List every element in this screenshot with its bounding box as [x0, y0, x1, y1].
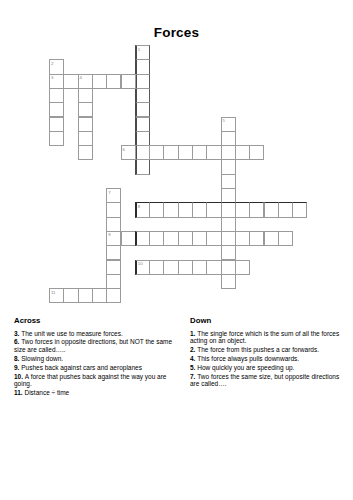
- cell-number-8: 8: [138, 204, 140, 209]
- cell-r7-c13[interactable]: [235, 145, 250, 160]
- cell-r11-c6[interactable]: 8: [135, 202, 150, 217]
- cell-r6-c6[interactable]: [135, 131, 150, 146]
- cell-r3-c6[interactable]: [135, 88, 150, 103]
- cell-r13-c11[interactable]: [206, 231, 221, 246]
- across-clue-6: 6. Two forces in opposite directions, bu…: [14, 338, 182, 353]
- across-clues-list: 3. The unit we use to measure forces.6. …: [14, 330, 182, 397]
- cell-r15-c11[interactable]: [206, 260, 221, 275]
- cell-r15-c8[interactable]: [163, 260, 178, 275]
- cell-r13-c14[interactable]: [249, 231, 264, 246]
- cell-r11-c15[interactable]: [264, 202, 279, 217]
- cell-r7-c2[interactable]: [78, 145, 93, 160]
- down-clue-4: 4. This force always pulls downwards.: [190, 355, 348, 363]
- cell-r7-c10[interactable]: [192, 145, 207, 160]
- cell-r11-c12[interactable]: [221, 202, 236, 217]
- cell-r10-c12[interactable]: [221, 188, 236, 203]
- cell-number-1: 1: [138, 47, 140, 52]
- cell-r15-c9[interactable]: [178, 260, 193, 275]
- cell-r0-c6[interactable]: 1: [135, 45, 150, 60]
- cell-r5-c2[interactable]: [78, 117, 93, 132]
- clue-text: A force that pushes back against the way…: [14, 373, 167, 388]
- cell-number-3: 3: [51, 75, 53, 80]
- cell-r11-c13[interactable]: [235, 202, 250, 217]
- clue-text: The single force which is the sum of all…: [190, 330, 339, 345]
- clue-text: The force from this pushes a car forward…: [197, 346, 319, 353]
- clue-text: Two forces the same size, but opposite d…: [190, 373, 339, 388]
- cell-r12-c4[interactable]: [106, 217, 121, 232]
- cell-r13-c7[interactable]: [149, 231, 164, 246]
- cell-r17-c4[interactable]: [106, 288, 121, 303]
- across-clue-9: 9. Pushes back against cars and aeroplan…: [14, 364, 182, 372]
- cell-r13-c8[interactable]: [163, 231, 178, 246]
- cell-r15-c12[interactable]: [221, 260, 236, 275]
- cell-r4-c2[interactable]: [78, 102, 93, 117]
- clue-text: This force always pulls downwards.: [197, 355, 299, 362]
- cell-r6-c0[interactable]: [49, 131, 64, 146]
- cell-r11-c16[interactable]: [278, 202, 293, 217]
- cell-r2-c5[interactable]: [121, 74, 136, 89]
- cell-r14-c12[interactable]: [221, 245, 236, 260]
- cell-r4-c6[interactable]: [135, 102, 150, 117]
- cell-r7-c12[interactable]: [221, 145, 236, 160]
- cell-r7-c11[interactable]: [206, 145, 221, 160]
- clue-text: Pushes back against cars and aeroplanes: [21, 364, 142, 371]
- cell-r11-c17[interactable]: [292, 202, 307, 217]
- across-clue-8: 8. Slowing down.: [14, 355, 182, 363]
- down-clue-2: 2. The force from this pushes a car forw…: [190, 346, 348, 354]
- cell-r13-c10[interactable]: [192, 231, 207, 246]
- cell-r7-c5[interactable]: 6: [121, 145, 136, 160]
- cell-r5-c0[interactable]: [49, 117, 64, 132]
- cell-r13-c12[interactable]: [221, 231, 236, 246]
- cell-number-2: 2: [51, 61, 53, 66]
- cell-r17-c0[interactable]: 11: [49, 288, 64, 303]
- cell-r12-c12[interactable]: [221, 217, 236, 232]
- down-clue-5: 5. How quickly you are speeding up.: [190, 364, 348, 372]
- cell-number-7: 7: [108, 190, 110, 195]
- cell-r11-c8[interactable]: [163, 202, 178, 217]
- crossword-page: Forces 1234567981011 Across 3. The unit …: [0, 0, 353, 500]
- cell-number-9: 9: [108, 232, 110, 237]
- cell-r7-c14[interactable]: [249, 145, 264, 160]
- cell-number-6: 6: [123, 147, 125, 152]
- clue-text: Distance ÷ time: [24, 389, 69, 396]
- down-clues-list: 1. The single force which is the sum of …: [190, 330, 348, 388]
- cell-r17-c2[interactable]: [78, 288, 93, 303]
- cell-r11-c9[interactable]: [178, 202, 193, 217]
- cell-number-5: 5: [223, 118, 225, 123]
- down-clue-7: 7. Two forces the same size, but opposit…: [190, 373, 348, 388]
- cell-r15-c6[interactable]: 10: [135, 260, 150, 275]
- cell-r13-c5[interactable]: [121, 231, 136, 246]
- cell-r7-c9[interactable]: [178, 145, 193, 160]
- cell-r2-c3[interactable]: [92, 74, 107, 89]
- cell-r15-c4[interactable]: [106, 260, 121, 275]
- cell-r3-c2[interactable]: [78, 88, 93, 103]
- cell-r13-c9[interactable]: [178, 231, 193, 246]
- cell-r9-c12[interactable]: [221, 174, 236, 189]
- cell-r15-c10[interactable]: [192, 260, 207, 275]
- cell-r15-c13[interactable]: [235, 260, 250, 275]
- cell-r14-c4[interactable]: [106, 245, 121, 260]
- cell-r15-c7[interactable]: [149, 260, 164, 275]
- cell-r2-c0[interactable]: 3: [49, 74, 64, 89]
- cell-r13-c6[interactable]: [135, 231, 150, 246]
- across-clue-3: 3. The unit we use to measure forces.: [14, 330, 182, 338]
- clue-text: Two forces in opposite directions, but N…: [14, 338, 172, 353]
- cell-r1-c6[interactable]: [135, 59, 150, 74]
- cell-r6-c12[interactable]: [221, 131, 236, 146]
- cell-r7-c6[interactable]: [135, 145, 150, 160]
- cell-r13-c13[interactable]: [235, 231, 250, 246]
- across-clue-11: 11. Distance ÷ time: [14, 389, 182, 397]
- cell-r6-c2[interactable]: [78, 131, 93, 146]
- cell-r13-c15[interactable]: [264, 231, 279, 246]
- cell-r8-c6[interactable]: [135, 159, 150, 174]
- cell-r5-c12[interactable]: 5: [221, 117, 236, 132]
- cell-r17-c1[interactable]: [63, 288, 78, 303]
- cell-r11-c10[interactable]: [192, 202, 207, 217]
- cell-r11-c14[interactable]: [249, 202, 264, 217]
- cell-number-11: 11: [51, 290, 55, 295]
- cell-r2-c4[interactable]: [106, 74, 121, 89]
- cell-r7-c7[interactable]: [149, 145, 164, 160]
- crossword-grid: 1234567981011: [49, 45, 307, 303]
- clue-text: Slowing down.: [21, 355, 63, 362]
- across-clue-10: 10. A force that pushes back against the…: [14, 373, 182, 388]
- cell-r10-c4[interactable]: 7: [106, 188, 121, 203]
- across-clues-section: Across 3. The unit we use to measure for…: [14, 317, 182, 398]
- cell-r13-c16[interactable]: [278, 231, 293, 246]
- cell-number-4: 4: [80, 75, 82, 80]
- cell-r2-c1[interactable]: [63, 74, 78, 89]
- cell-r5-c6[interactable]: [135, 117, 150, 132]
- cell-r11-c11[interactable]: [206, 202, 221, 217]
- cell-r2-c2[interactable]: 4: [78, 74, 93, 89]
- clue-text: The unit we use to measure forces.: [21, 330, 123, 337]
- cell-r16-c4[interactable]: [106, 274, 121, 289]
- cell-r7-c8[interactable]: [163, 145, 178, 160]
- down-clue-1: 1. The single force which is the sum of …: [190, 330, 348, 345]
- clue-number-label: 10.: [14, 373, 25, 380]
- down-clues-section: Down 1. The single force which is the su…: [190, 317, 348, 389]
- cell-r13-c4[interactable]: 9: [106, 231, 121, 246]
- clue-number-label: 11.: [14, 389, 24, 396]
- clue-text: How quickly you are speeding up.: [197, 364, 294, 371]
- cell-r17-c3[interactable]: [92, 288, 107, 303]
- cell-number-10: 10: [138, 261, 143, 266]
- cell-r4-c0[interactable]: [49, 102, 64, 117]
- cell-r11-c4[interactable]: [106, 202, 121, 217]
- cell-r1-c0[interactable]: 2: [49, 59, 64, 74]
- cell-r3-c0[interactable]: [49, 88, 64, 103]
- page-title: Forces: [0, 25, 353, 40]
- down-header: Down: [190, 317, 348, 325]
- cell-r16-c12[interactable]: [221, 274, 236, 289]
- cell-r11-c7[interactable]: [149, 202, 164, 217]
- cell-r2-c6[interactable]: [135, 74, 150, 89]
- cell-r8-c12[interactable]: [221, 159, 236, 174]
- across-header: Across: [14, 317, 182, 325]
